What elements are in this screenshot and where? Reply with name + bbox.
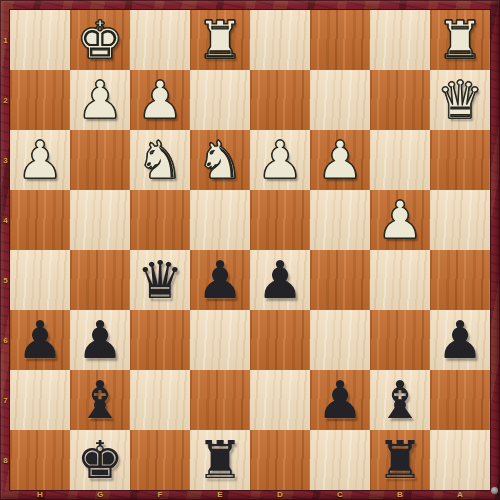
square-g1[interactable]: ♚ xyxy=(70,10,130,70)
white-pawn[interactable]: ♟ xyxy=(137,70,184,130)
square-c3[interactable]: ♟ xyxy=(310,130,370,190)
file-label-d: D xyxy=(270,489,290,500)
square-e5[interactable]: ♟ xyxy=(190,250,250,310)
square-b1[interactable] xyxy=(370,10,430,70)
square-e6[interactable] xyxy=(190,310,250,370)
square-e7[interactable] xyxy=(190,370,250,430)
square-a2[interactable]: ♛ xyxy=(430,70,490,130)
square-b6[interactable] xyxy=(370,310,430,370)
square-f4[interactable] xyxy=(130,190,190,250)
square-g8[interactable]: ♚ xyxy=(70,430,130,490)
square-h2[interactable] xyxy=(10,70,70,130)
square-f6[interactable] xyxy=(130,310,190,370)
white-pawn[interactable]: ♟ xyxy=(77,70,124,130)
square-a7[interactable] xyxy=(430,370,490,430)
black-king[interactable]: ♚ xyxy=(77,430,124,490)
square-c5[interactable] xyxy=(310,250,370,310)
black-pawn[interactable]: ♟ xyxy=(197,250,244,310)
square-f1[interactable] xyxy=(130,10,190,70)
square-d1[interactable] xyxy=(250,10,310,70)
black-pawn[interactable]: ♟ xyxy=(77,310,124,370)
black-pawn[interactable]: ♟ xyxy=(317,370,364,430)
square-a5[interactable] xyxy=(430,250,490,310)
square-g4[interactable] xyxy=(70,190,130,250)
square-e3[interactable]: ♞ xyxy=(190,130,250,190)
square-h4[interactable] xyxy=(10,190,70,250)
square-a1[interactable]: ♜ xyxy=(430,10,490,70)
square-e1[interactable]: ♜ xyxy=(190,10,250,70)
square-c8[interactable] xyxy=(310,430,370,490)
square-d2[interactable] xyxy=(250,70,310,130)
square-f7[interactable] xyxy=(130,370,190,430)
square-d4[interactable] xyxy=(250,190,310,250)
square-f5[interactable]: ♛ xyxy=(130,250,190,310)
file-label-e: E xyxy=(210,489,230,500)
black-pawn[interactable]: ♟ xyxy=(437,310,484,370)
square-b2[interactable] xyxy=(370,70,430,130)
corner-dot xyxy=(491,487,498,494)
square-h6[interactable]: ♟ xyxy=(10,310,70,370)
black-pawn[interactable]: ♟ xyxy=(17,310,64,370)
square-e8[interactable]: ♜ xyxy=(190,430,250,490)
square-f2[interactable]: ♟ xyxy=(130,70,190,130)
white-pawn[interactable]: ♟ xyxy=(17,130,64,190)
black-queen[interactable]: ♛ xyxy=(137,250,184,310)
square-h1[interactable] xyxy=(10,10,70,70)
square-a3[interactable] xyxy=(430,130,490,190)
square-h5[interactable] xyxy=(10,250,70,310)
black-pawn[interactable]: ♟ xyxy=(257,250,304,310)
file-label-g: G xyxy=(90,489,110,500)
chess-board-frame: ♚♜♜♟♟♛♟♞♞♟♟♟♛♟♟♟♟♟♝♟♝♚♜♜ 12345678HGFEDCB… xyxy=(0,0,500,500)
file-label-c: C xyxy=(330,489,350,500)
square-h7[interactable] xyxy=(10,370,70,430)
white-rook[interactable]: ♜ xyxy=(197,10,244,70)
file-label-h: H xyxy=(30,489,50,500)
white-pawn[interactable]: ♟ xyxy=(257,130,304,190)
black-rook[interactable]: ♜ xyxy=(197,430,244,490)
square-g5[interactable] xyxy=(70,250,130,310)
rank-label-5: 5 xyxy=(0,276,11,285)
square-f3[interactable]: ♞ xyxy=(130,130,190,190)
square-g6[interactable]: ♟ xyxy=(70,310,130,370)
square-d3[interactable]: ♟ xyxy=(250,130,310,190)
rank-label-8: 8 xyxy=(0,456,11,465)
white-knight[interactable]: ♞ xyxy=(197,130,244,190)
square-h3[interactable]: ♟ xyxy=(10,130,70,190)
rank-label-4: 4 xyxy=(0,216,11,225)
file-label-a: A xyxy=(450,489,470,500)
square-d8[interactable] xyxy=(250,430,310,490)
square-c1[interactable] xyxy=(310,10,370,70)
square-c6[interactable] xyxy=(310,310,370,370)
square-c7[interactable]: ♟ xyxy=(310,370,370,430)
square-d6[interactable] xyxy=(250,310,310,370)
square-b3[interactable] xyxy=(370,130,430,190)
square-d5[interactable]: ♟ xyxy=(250,250,310,310)
square-d7[interactable] xyxy=(250,370,310,430)
black-bishop[interactable]: ♝ xyxy=(77,370,124,430)
file-label-b: B xyxy=(390,489,410,500)
chess-board: ♚♜♜♟♟♛♟♞♞♟♟♟♛♟♟♟♟♟♝♟♝♚♜♜ xyxy=(10,10,490,490)
square-h8[interactable] xyxy=(10,430,70,490)
square-a6[interactable]: ♟ xyxy=(430,310,490,370)
square-b5[interactable] xyxy=(370,250,430,310)
square-c4[interactable] xyxy=(310,190,370,250)
white-rook[interactable]: ♜ xyxy=(437,10,484,70)
rank-label-7: 7 xyxy=(0,396,11,405)
black-rook[interactable]: ♜ xyxy=(377,430,424,490)
square-g3[interactable] xyxy=(70,130,130,190)
square-a8[interactable] xyxy=(430,430,490,490)
white-queen[interactable]: ♛ xyxy=(437,70,484,130)
rank-label-3: 3 xyxy=(0,156,11,165)
black-bishop[interactable]: ♝ xyxy=(377,370,424,430)
square-e2[interactable] xyxy=(190,70,250,130)
rank-label-6: 6 xyxy=(0,336,11,345)
white-king[interactable]: ♚ xyxy=(77,10,124,70)
white-knight[interactable]: ♞ xyxy=(137,130,184,190)
square-b7[interactable]: ♝ xyxy=(370,370,430,430)
square-g7[interactable]: ♝ xyxy=(70,370,130,430)
white-pawn[interactable]: ♟ xyxy=(377,190,424,250)
rank-label-2: 2 xyxy=(0,96,11,105)
square-a4[interactable] xyxy=(430,190,490,250)
square-b8[interactable]: ♜ xyxy=(370,430,430,490)
rank-label-1: 1 xyxy=(0,36,11,45)
white-pawn[interactable]: ♟ xyxy=(317,130,364,190)
square-e4[interactable] xyxy=(190,190,250,250)
square-g2[interactable]: ♟ xyxy=(70,70,130,130)
file-label-f: F xyxy=(150,489,170,500)
square-b4[interactable]: ♟ xyxy=(370,190,430,250)
square-f8[interactable] xyxy=(130,430,190,490)
square-c2[interactable] xyxy=(310,70,370,130)
